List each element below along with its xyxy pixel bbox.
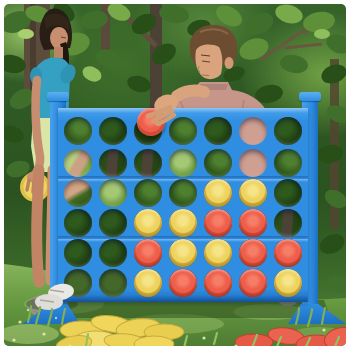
boy-hair [190,25,237,70]
boy-face [195,45,222,80]
board-hole [64,117,92,145]
board-cell-r3c2 [96,178,131,208]
loose-red-discs [235,324,346,346]
board-hole [169,117,197,145]
board-cell-r4c3 [131,208,166,238]
yellow-disc [169,239,197,267]
board-hole [239,239,267,267]
board-hole [204,179,232,207]
board-cell-r2c4 [166,148,201,178]
board-hole [134,149,162,177]
boy-ear [225,57,234,69]
red-disc [274,239,302,267]
board-hole [239,269,267,297]
board-cell-r4c5 [200,208,235,238]
board-cell-r2c2 [96,148,131,178]
board-cell-r6c1 [61,268,96,298]
board-hole [204,149,232,177]
board-hole [64,149,92,177]
board-cell-r6c2 [96,268,131,298]
board-cell-r6c7 [270,268,305,298]
yellow-disc [169,209,197,237]
yellow-disc [134,209,162,237]
board-hole [204,269,232,297]
board-cell-r2c6 [235,148,270,178]
board-hole [204,209,232,237]
board-hole [239,209,267,237]
board-hole [204,239,232,267]
girl-hand [27,171,43,183]
board-cell-r4c2 [96,208,131,238]
board-right-post-cap [299,92,321,101]
board-hole [169,179,197,207]
connect-four-board [58,108,308,302]
board-cell-r3c1 [61,178,96,208]
red-disc [204,209,232,237]
board-cell-r6c3 [131,268,166,298]
board-cell-r1c3 [131,114,166,148]
board-cell-r2c1 [61,148,96,178]
board-hole [169,239,197,267]
red-disc [169,269,197,297]
board-hole [99,149,127,177]
red-disc [239,239,267,267]
board-hole [99,179,127,207]
board-hole [274,179,302,207]
board-cell-r4c7 [270,208,305,238]
board-cell-r5c7 [270,238,305,268]
photo-frame [0,0,350,350]
board-hole [169,149,197,177]
board-top-rail [58,108,308,113]
board-cell-r4c4 [166,208,201,238]
board-hole [169,209,197,237]
board-cell-r5c6 [235,238,270,268]
board-cell-r1c5 [200,114,235,148]
board-cell-r2c3 [131,148,166,178]
board-cell-r1c6 [235,114,270,148]
board-hole [99,269,127,297]
board-hole [99,117,127,145]
board-hole [239,149,267,177]
board-hole [64,239,92,267]
board-cell-r5c5 [200,238,235,268]
girl-hair [40,9,73,50]
board-cell-r5c2 [96,238,131,268]
board-cell-r3c6 [235,178,270,208]
board-cell-r3c3 [131,178,166,208]
girl-arm [35,80,40,175]
board-cell-r5c1 [61,238,96,268]
yellow-disc-in-hand [20,172,50,202]
board-hole [274,269,302,297]
girl-face [50,27,68,49]
board-shadow [40,300,330,318]
board-cell-r4c6 [235,208,270,238]
yellow-disc [204,179,232,207]
board-cell-r3c5 [200,178,235,208]
board-cell-r1c1 [61,114,96,148]
board-hole [169,269,197,297]
board-hole [274,149,302,177]
board-cell-r5c4 [166,238,201,268]
board-cell-r1c2 [96,114,131,148]
board-cell-r5c3 [131,238,166,268]
board-right-foot [288,304,346,324]
board-hole [239,117,267,145]
yellow-disc [239,179,267,207]
board-cell-r2c7 [270,148,305,178]
board-left-post-cap [47,92,69,101]
board-hole [134,209,162,237]
board-hole [134,239,162,267]
board-cell-r6c6 [235,268,270,298]
board-hole [99,239,127,267]
grass-blades [28,306,339,346]
board-hole [99,209,127,237]
board-left-foot [22,304,80,324]
yellow-disc [134,269,162,297]
yellow-disc [274,269,302,297]
board-hole [239,179,267,207]
board-grid [61,114,305,298]
red-disc [134,239,162,267]
board-cell-r6c5 [200,268,235,298]
board-cell-r1c7 [270,114,305,148]
board-hole [134,117,162,145]
board-cell-r3c7 [270,178,305,208]
outdoor-scene [4,4,346,346]
board-cell-r1c4 [166,114,201,148]
girl-braid [60,42,69,76]
board-cell-r2c5 [200,148,235,178]
board-hole [274,239,302,267]
board-cell-r4c1 [61,208,96,238]
board-hole [204,117,232,145]
board-hole [64,269,92,297]
red-disc [239,269,267,297]
board-cell-r3c4 [166,178,201,208]
board-hole [64,179,92,207]
board-hole [274,209,302,237]
red-disc [239,209,267,237]
yellow-disc [204,239,232,267]
girl-leg [37,170,39,282]
board-cell-r6c4 [166,268,201,298]
board-hole [134,269,162,297]
board-hole [134,179,162,207]
board-hole [274,117,302,145]
board-hole [64,209,92,237]
red-disc [204,269,232,297]
